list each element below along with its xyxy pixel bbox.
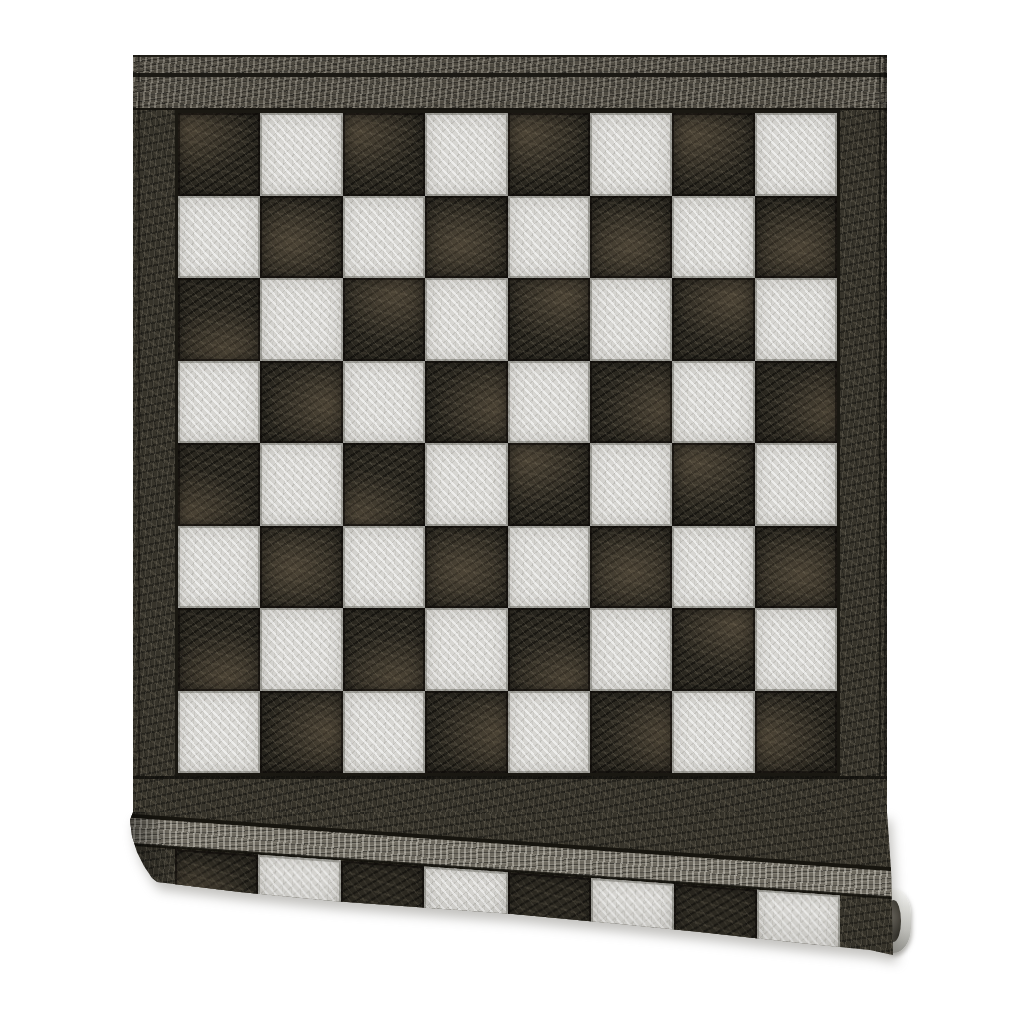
repeat-square-d [424, 866, 507, 972]
square-e7 [508, 196, 590, 279]
square-f3 [590, 526, 672, 609]
repeat-square-a [175, 849, 258, 972]
wallpaper-mockup-scene [0, 0, 1024, 1024]
repeat-square-e [508, 872, 591, 972]
square-d8 [425, 113, 507, 196]
square-a5 [178, 361, 260, 444]
square-h4 [755, 443, 837, 526]
tile-seam-band [92, 815, 912, 898]
square-d7 [425, 196, 507, 279]
square-c6 [343, 278, 425, 361]
square-b7 [260, 196, 342, 279]
square-f6 [590, 278, 672, 361]
square-h7 [755, 196, 837, 279]
square-h2 [755, 608, 837, 691]
curl-content [92, 812, 912, 972]
square-a1 [178, 691, 260, 774]
repeat-square-f [591, 878, 674, 972]
square-d2 [425, 608, 507, 691]
square-g2 [672, 608, 754, 691]
square-a2 [178, 608, 260, 691]
repeat-square-g [674, 884, 757, 972]
frame-top-band [133, 77, 887, 108]
pattern-repeat-row [175, 849, 840, 972]
square-b4 [260, 443, 342, 526]
square-c3 [343, 526, 425, 609]
square-a6 [178, 278, 260, 361]
square-c4 [343, 443, 425, 526]
square-a8 [178, 113, 260, 196]
square-b5 [260, 361, 342, 444]
roll-end-cap [884, 889, 911, 953]
square-e2 [508, 608, 590, 691]
square-e3 [508, 526, 590, 609]
square-b3 [260, 526, 342, 609]
square-b1 [260, 691, 342, 774]
square-g1 [672, 691, 754, 774]
frame-bottom-band [133, 776, 887, 814]
square-d5 [425, 361, 507, 444]
square-b2 [260, 608, 342, 691]
square-h5 [755, 361, 837, 444]
square-a4 [178, 443, 260, 526]
square-b6 [260, 278, 342, 361]
square-d3 [425, 526, 507, 609]
square-c2 [343, 608, 425, 691]
square-c5 [343, 361, 425, 444]
square-d4 [425, 443, 507, 526]
square-g5 [672, 361, 754, 444]
square-d1 [425, 691, 507, 774]
square-h1 [755, 691, 837, 774]
square-f4 [590, 443, 672, 526]
square-e4 [508, 443, 590, 526]
sheet-right-edge [884, 55, 887, 814]
square-h3 [755, 526, 837, 609]
square-c1 [343, 691, 425, 774]
square-g8 [672, 113, 754, 196]
repeat-square-b [258, 855, 341, 972]
rolled-bottom-edge [92, 812, 912, 972]
square-a7 [178, 196, 260, 279]
frame-left-groove [138, 55, 140, 814]
tile-seam-groove [92, 812, 912, 873]
curl-frame-texture [92, 812, 912, 972]
curl-left-shading [120, 812, 180, 972]
square-d6 [425, 278, 507, 361]
repeat-row-top-line [92, 840, 912, 900]
square-g7 [672, 196, 754, 279]
square-e5 [508, 361, 590, 444]
square-g4 [672, 443, 754, 526]
square-f8 [590, 113, 672, 196]
square-g6 [672, 278, 754, 361]
square-f5 [590, 361, 672, 444]
square-f2 [590, 608, 672, 691]
wallpaper-sheet [133, 55, 887, 814]
square-a3 [178, 526, 260, 609]
square-e1 [508, 691, 590, 774]
square-e8 [508, 113, 590, 196]
square-b8 [260, 113, 342, 196]
frame-right-groove [879, 55, 881, 814]
repeat-square-c [341, 861, 424, 972]
frame-top-edge-strip [133, 57, 887, 73]
square-c7 [343, 196, 425, 279]
curl-bottom-shading [92, 812, 912, 972]
square-g3 [672, 526, 754, 609]
square-f7 [590, 196, 672, 279]
checkerboard [175, 110, 840, 776]
square-h6 [755, 278, 837, 361]
repeat-square-h [757, 890, 840, 972]
square-f1 [590, 691, 672, 774]
square-h8 [755, 113, 837, 196]
square-c8 [343, 113, 425, 196]
square-e6 [508, 278, 590, 361]
